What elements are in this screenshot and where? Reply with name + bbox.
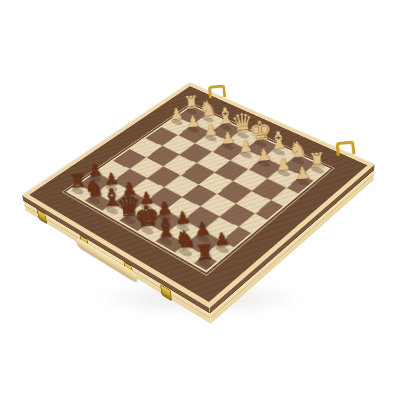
piece-shadow xyxy=(194,232,212,243)
piece-shadow xyxy=(121,215,138,226)
brass-clasp-left xyxy=(36,209,47,225)
brass-clasp-right xyxy=(160,284,172,301)
piece-shadow xyxy=(121,193,137,203)
piece-shadow xyxy=(294,177,311,187)
piece-shadow xyxy=(213,243,231,255)
piece-shadow xyxy=(175,222,192,233)
piece-shadow xyxy=(138,202,155,212)
piece-shadow xyxy=(196,257,214,269)
chess-case: ♜♞♝♛♚♝♞♜♟♟♟♟♟♟♟♟♟♟♟♟♟♟♟♟♜♞♝♛♚♝♞♜ xyxy=(22,83,374,308)
piece-shadow xyxy=(103,205,120,215)
product-photo: ♜♞♝♛♚♝♞♜♟♟♟♟♟♟♟♟♟♟♟♟♟♟♟♟♜♞♝♛♚♝♞♜ xyxy=(0,0,400,400)
scene-tilt: ♜♞♝♛♚♝♞♜♟♟♟♟♟♟♟♟♟♟♟♟♟♟♟♟♜♞♝♛♚♝♞♜ xyxy=(0,0,400,400)
scene: ♜♞♝♛♚♝♞♜♟♟♟♟♟♟♟♟♟♟♟♟♟♟♟♟♜♞♝♛♚♝♞♜ xyxy=(0,0,400,400)
piece-shadow xyxy=(157,236,175,247)
piece-shadow xyxy=(156,212,173,223)
piece-shadow xyxy=(139,225,156,236)
piece-shadow xyxy=(176,246,194,258)
piece-shadow xyxy=(86,196,102,206)
